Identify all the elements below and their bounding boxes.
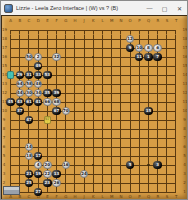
board-cell[interactable]	[15, 35, 24, 44]
board-cell[interactable]: 1	[144, 53, 153, 62]
board-cell[interactable]	[171, 35, 180, 44]
board-cell[interactable]	[70, 44, 79, 53]
board-cell[interactable]	[15, 125, 24, 134]
board-cell[interactable]	[89, 179, 98, 188]
board-cell[interactable]	[125, 98, 134, 107]
mini-panel[interactable]	[3, 186, 20, 195]
board-cell[interactable]	[15, 62, 24, 71]
board-cell[interactable]	[70, 125, 79, 134]
board-cell[interactable]	[52, 143, 61, 152]
board-cell[interactable]	[116, 107, 125, 116]
board-cell[interactable]	[162, 170, 171, 179]
board-cell[interactable]	[125, 26, 134, 35]
board-cell[interactable]	[135, 152, 144, 161]
board-cell[interactable]	[80, 80, 89, 89]
board-cell[interactable]	[162, 107, 171, 116]
board-cell[interactable]	[144, 170, 153, 179]
board-cell[interactable]	[24, 26, 33, 35]
board-cell[interactable]	[171, 116, 180, 125]
board-cell[interactable]	[135, 170, 144, 179]
board-cell[interactable]	[171, 53, 180, 62]
board-cell[interactable]	[89, 134, 98, 143]
board-cell[interactable]: 49	[34, 62, 43, 71]
board-cell[interactable]	[61, 89, 70, 98]
board-cell[interactable]	[6, 161, 15, 170]
board-cell[interactable]	[162, 80, 171, 89]
board-cell[interactable]	[153, 134, 162, 143]
board-cell[interactable]: 53	[43, 71, 52, 80]
board-cell[interactable]	[144, 152, 153, 161]
board-cell[interactable]: 44	[15, 89, 24, 98]
board-cell[interactable]	[144, 35, 153, 44]
board-cell[interactable]: 17	[34, 152, 43, 161]
board-cell[interactable]	[6, 53, 15, 62]
board-cell[interactable]	[153, 35, 162, 44]
board-cell[interactable]	[107, 98, 116, 107]
board-cell[interactable]	[43, 62, 52, 71]
board-cell[interactable]	[15, 143, 24, 152]
board-cell[interactable]	[89, 62, 98, 71]
board-cell[interactable]	[61, 62, 70, 71]
board-cell[interactable]	[171, 71, 180, 80]
board-cell[interactable]	[24, 134, 33, 143]
board-cell[interactable]	[70, 71, 79, 80]
board-cell[interactable]	[34, 107, 43, 116]
board-cell[interactable]	[116, 89, 125, 98]
board-cell[interactable]	[89, 143, 98, 152]
board-cell[interactable]	[6, 62, 15, 71]
board-cell[interactable]: 20	[43, 161, 52, 170]
board-cell[interactable]	[6, 35, 15, 44]
board-cell[interactable]	[89, 170, 98, 179]
board-cell[interactable]	[34, 143, 43, 152]
board-cell[interactable]	[135, 134, 144, 143]
board-cell[interactable]	[144, 26, 153, 35]
board-cell[interactable]	[153, 80, 162, 89]
board-cell[interactable]	[70, 116, 79, 125]
board-cell[interactable]: 13	[52, 170, 61, 179]
board-cell[interactable]	[6, 125, 15, 134]
board-cell[interactable]	[52, 80, 61, 89]
board-cell[interactable]	[24, 161, 33, 170]
board-cell[interactable]	[24, 62, 33, 71]
board-cell[interactable]	[153, 152, 162, 161]
board-cell[interactable]: 14	[24, 143, 33, 152]
board-cell[interactable]	[52, 71, 61, 80]
board-cell[interactable]	[98, 116, 107, 125]
board-cell[interactable]: 6	[153, 44, 162, 53]
board-cell[interactable]	[171, 152, 180, 161]
board-cell[interactable]	[98, 152, 107, 161]
board-cell[interactable]: 45	[6, 98, 15, 107]
board-cell[interactable]	[116, 62, 125, 71]
board-cell[interactable]	[61, 179, 70, 188]
board-cell[interactable]: 33	[34, 71, 43, 80]
board-cell[interactable]	[43, 44, 52, 53]
board-cell[interactable]	[80, 152, 89, 161]
board-cell[interactable]	[144, 179, 153, 188]
board-cell[interactable]: 41	[34, 98, 43, 107]
board-cell[interactable]	[135, 89, 144, 98]
board-cell[interactable]: 61	[24, 98, 33, 107]
board-cell[interactable]	[80, 116, 89, 125]
board-cell[interactable]	[171, 107, 180, 116]
board-cell[interactable]	[107, 80, 116, 89]
board-cell[interactable]	[153, 143, 162, 152]
board-cell[interactable]	[116, 134, 125, 143]
board-cell[interactable]	[125, 62, 134, 71]
board-cell[interactable]	[162, 161, 171, 170]
board-cell[interactable]	[15, 152, 24, 161]
board-cell[interactable]	[80, 179, 89, 188]
board-cell[interactable]	[6, 26, 15, 35]
board-cell[interactable]	[98, 71, 107, 80]
board-cell[interactable]	[6, 80, 15, 89]
board-cell[interactable]	[125, 152, 134, 161]
go-board-panel[interactable]: 1291086502321117492931335364584844303435…	[1, 15, 188, 200]
board-cell[interactable]	[116, 71, 125, 80]
board-cell[interactable]	[116, 26, 125, 35]
board-cell[interactable]	[43, 35, 52, 44]
board-cell[interactable]	[162, 62, 171, 71]
board-cell[interactable]	[171, 98, 180, 107]
board-cell[interactable]	[61, 44, 70, 53]
board-cell[interactable]	[43, 107, 52, 116]
board-cell[interactable]	[61, 71, 70, 80]
board-cell[interactable]	[80, 53, 89, 62]
board-cell[interactable]	[52, 62, 61, 71]
board-cell[interactable]	[61, 170, 70, 179]
board-cell[interactable]	[153, 62, 162, 71]
board-cell[interactable]	[125, 116, 134, 125]
board-cell[interactable]	[80, 35, 89, 44]
board-cell[interactable]	[15, 26, 24, 35]
board-cell[interactable]	[107, 71, 116, 80]
maximize-button[interactable]: ▢	[157, 1, 172, 15]
board-cell[interactable]	[15, 170, 24, 179]
board-cell[interactable]	[6, 107, 15, 116]
board-cell[interactable]	[43, 134, 52, 143]
board-cell[interactable]	[89, 116, 98, 125]
board-cell[interactable]	[61, 134, 70, 143]
board-cell[interactable]	[107, 125, 116, 134]
board-cell[interactable]	[125, 170, 134, 179]
board-cell[interactable]: 16	[61, 161, 70, 170]
board-cell[interactable]	[98, 98, 107, 107]
board-cell[interactable]	[89, 107, 98, 116]
board-cell[interactable]	[98, 62, 107, 71]
board-cell[interactable]	[162, 134, 171, 143]
board-cell[interactable]	[34, 134, 43, 143]
board-cell[interactable]	[135, 62, 144, 71]
board-cell[interactable]: 8	[144, 44, 153, 53]
board-cell[interactable]: 47	[24, 116, 33, 125]
board-cell[interactable]	[6, 71, 15, 80]
board-cell[interactable]	[107, 107, 116, 116]
board-cell[interactable]: 32	[52, 53, 61, 62]
board-cell[interactable]	[107, 53, 116, 62]
board-cell[interactable]	[70, 98, 79, 107]
board-cell[interactable]	[70, 80, 79, 89]
board-cell[interactable]	[98, 170, 107, 179]
board-cell[interactable]	[61, 125, 70, 134]
board-cell[interactable]: 29	[15, 71, 24, 80]
board-cell[interactable]	[153, 71, 162, 80]
board-cell[interactable]	[70, 89, 79, 98]
board-cell[interactable]	[6, 89, 15, 98]
board-cell[interactable]	[6, 134, 15, 143]
board-cell[interactable]	[70, 134, 79, 143]
board-cell[interactable]	[98, 53, 107, 62]
board-cell[interactable]	[144, 143, 153, 152]
board-cell[interactable]	[70, 161, 79, 170]
board-cell[interactable]	[61, 152, 70, 161]
board-cell[interactable]	[98, 125, 107, 134]
board-cell[interactable]: 67	[52, 107, 61, 116]
board-cell[interactable]	[171, 62, 180, 71]
board-cell[interactable]	[98, 35, 107, 44]
suggestion-marker[interactable]: 57	[44, 116, 52, 124]
board-cell[interactable]	[80, 134, 89, 143]
board-cell[interactable]	[98, 44, 107, 53]
board-cell[interactable]	[116, 125, 125, 134]
board-cell[interactable]	[43, 125, 52, 134]
board-cell[interactable]	[171, 89, 180, 98]
board-cell[interactable]	[98, 143, 107, 152]
board-cell[interactable]	[52, 116, 61, 125]
board-cell[interactable]	[116, 116, 125, 125]
board-cell[interactable]	[162, 125, 171, 134]
board-cell[interactable]	[116, 179, 125, 188]
board-cell[interactable]	[24, 35, 33, 44]
board-cell[interactable]	[89, 80, 98, 89]
board-cell[interactable]	[98, 179, 107, 188]
board-cell[interactable]	[15, 116, 24, 125]
board-cell[interactable]	[52, 44, 61, 53]
board-cell[interactable]: 18	[24, 152, 33, 161]
board-cell[interactable]	[80, 89, 89, 98]
go-board-grid[interactable]: 1291086502321117492931335364584844303435…	[6, 26, 181, 197]
suggestion-marker[interactable]	[7, 71, 15, 79]
board-cell[interactable]	[116, 44, 125, 53]
board-cell[interactable]	[70, 179, 79, 188]
board-cell[interactable]	[52, 161, 61, 170]
board-cell[interactable]	[70, 107, 79, 116]
board-cell[interactable]	[107, 35, 116, 44]
board-cell[interactable]	[107, 161, 116, 170]
board-cell[interactable]	[61, 26, 70, 35]
board-cell[interactable]	[171, 44, 180, 53]
board-cell[interactable]: 19	[34, 170, 43, 179]
board-cell[interactable]	[15, 53, 24, 62]
board-cell[interactable]	[144, 98, 153, 107]
board-cell[interactable]	[107, 44, 116, 53]
board-cell[interactable]	[135, 179, 144, 188]
board-cell[interactable]	[116, 161, 125, 170]
board-cell[interactable]: 11	[135, 53, 144, 62]
board-cell[interactable]	[70, 143, 79, 152]
title-bar[interactable]: Lizzie - Leela Zero Interface | (W) vs ?…	[1, 1, 187, 15]
board-cell[interactable]	[162, 53, 171, 62]
board-cell[interactable]	[171, 143, 180, 152]
board-cell[interactable]	[107, 170, 116, 179]
board-cell[interactable]	[162, 152, 171, 161]
board-cell[interactable]: 24	[80, 170, 89, 179]
board-cell[interactable]	[6, 44, 15, 53]
board-cell[interactable]	[116, 143, 125, 152]
board-cell[interactable]	[89, 89, 98, 98]
board-cell[interactable]	[171, 125, 180, 134]
board-cell[interactable]	[70, 26, 79, 35]
board-cell[interactable]	[34, 116, 43, 125]
board-cell[interactable]	[52, 35, 61, 44]
board-cell[interactable]	[70, 53, 79, 62]
board-cell[interactable]	[162, 98, 171, 107]
board-cell[interactable]	[34, 125, 43, 134]
board-cell[interactable]	[171, 80, 180, 89]
board-cell[interactable]	[80, 44, 89, 53]
board-cell[interactable]	[107, 89, 116, 98]
board-cell[interactable]	[15, 44, 24, 53]
board-cell[interactable]: 50	[24, 53, 33, 62]
board-cell[interactable]: 39	[52, 89, 61, 98]
board-cell[interactable]	[34, 26, 43, 35]
board-cell[interactable]	[116, 152, 125, 161]
board-cell[interactable]: 9	[125, 44, 134, 53]
board-cell[interactable]	[98, 26, 107, 35]
board-cell[interactable]	[80, 161, 89, 170]
board-cell[interactable]: 64	[15, 80, 24, 89]
board-cell[interactable]	[80, 143, 89, 152]
board-cell[interactable]	[171, 161, 180, 170]
board-cell[interactable]	[162, 116, 171, 125]
board-cell[interactable]	[89, 26, 98, 35]
board-cell[interactable]	[107, 152, 116, 161]
board-cell[interactable]	[107, 143, 116, 152]
board-cell[interactable]: 37	[15, 107, 24, 116]
board-cell[interactable]	[135, 116, 144, 125]
board-cell[interactable]: 21	[24, 170, 33, 179]
board-cell[interactable]	[43, 53, 52, 62]
board-cell[interactable]	[80, 98, 89, 107]
board-cell[interactable]	[135, 143, 144, 152]
board-cell[interactable]	[135, 161, 144, 170]
board-cell[interactable]	[61, 98, 70, 107]
board-cell[interactable]	[125, 179, 134, 188]
board-cell[interactable]	[135, 71, 144, 80]
board-cell[interactable]	[107, 116, 116, 125]
board-cell[interactable]	[171, 134, 180, 143]
board-cell[interactable]: 25	[24, 179, 33, 188]
board-cell[interactable]	[61, 80, 70, 89]
board-cell[interactable]	[107, 26, 116, 35]
board-cell[interactable]	[89, 35, 98, 44]
board-cell[interactable]	[116, 80, 125, 89]
board-cell[interactable]	[125, 71, 134, 80]
board-cell[interactable]	[52, 26, 61, 35]
board-cell[interactable]	[125, 80, 134, 89]
board-cell[interactable]	[125, 107, 134, 116]
board-cell[interactable]	[52, 134, 61, 143]
board-cell[interactable]	[153, 107, 162, 116]
board-cell[interactable]: 68	[52, 98, 61, 107]
board-cell[interactable]	[162, 35, 171, 44]
board-cell[interactable]	[144, 62, 153, 71]
minimize-button[interactable]: —	[142, 1, 157, 15]
board-cell[interactable]	[116, 170, 125, 179]
board-cell[interactable]	[70, 35, 79, 44]
board-cell[interactable]	[98, 161, 107, 170]
board-cell[interactable]	[80, 71, 89, 80]
board-cell[interactable]	[144, 71, 153, 80]
board-cell[interactable]	[153, 98, 162, 107]
board-cell[interactable]	[144, 116, 153, 125]
board-cell[interactable]	[61, 116, 70, 125]
board-cell[interactable]: 48	[34, 80, 43, 89]
board-cell[interactable]	[107, 179, 116, 188]
board-cell[interactable]	[70, 170, 79, 179]
board-cell[interactable]	[24, 44, 33, 53]
board-cell[interactable]	[98, 107, 107, 116]
board-cell[interactable]: 34	[34, 89, 43, 98]
board-cell[interactable]	[34, 44, 43, 53]
board-cell[interactable]	[144, 80, 153, 89]
board-cell[interactable]	[153, 179, 162, 188]
board-cell[interactable]	[89, 152, 98, 161]
board-cell[interactable]	[125, 89, 134, 98]
board-cell[interactable]	[116, 53, 125, 62]
board-cell[interactable]	[116, 98, 125, 107]
board-cell[interactable]: 2	[34, 53, 43, 62]
board-cell[interactable]	[144, 89, 153, 98]
board-cell[interactable]	[171, 26, 180, 35]
board-cell[interactable]: 12	[125, 35, 134, 44]
board-cell[interactable]	[162, 26, 171, 35]
board-cell[interactable]: 22	[43, 170, 52, 179]
board-cell[interactable]: 70	[61, 107, 70, 116]
board-cell[interactable]	[171, 179, 180, 188]
board-cell[interactable]	[125, 143, 134, 152]
board-cell[interactable]	[153, 116, 162, 125]
board-cell[interactable]	[125, 53, 134, 62]
board-cell[interactable]	[80, 125, 89, 134]
board-cell[interactable]	[61, 53, 70, 62]
board-cell[interactable]	[107, 62, 116, 71]
board-cell[interactable]	[89, 98, 98, 107]
board-cell[interactable]	[15, 161, 24, 170]
board-cell[interactable]	[43, 80, 52, 89]
board-cell[interactable]	[89, 53, 98, 62]
board-cell[interactable]	[144, 134, 153, 143]
board-cell[interactable]	[144, 161, 153, 170]
board-cell[interactable]	[98, 134, 107, 143]
board-cell[interactable]	[6, 152, 15, 161]
board-cell[interactable]: 5	[125, 161, 134, 170]
board-cell[interactable]	[89, 44, 98, 53]
board-cell[interactable]: 4	[34, 161, 43, 170]
board-cell[interactable]	[162, 179, 171, 188]
board-cell[interactable]	[98, 89, 107, 98]
board-cell[interactable]	[125, 134, 134, 143]
board-cell[interactable]: 3	[153, 161, 162, 170]
board-cell[interactable]	[153, 125, 162, 134]
board-cell[interactable]: 7	[153, 53, 162, 62]
board-cell[interactable]: 57	[43, 116, 52, 125]
board-cell[interactable]	[24, 107, 33, 116]
board-cell[interactable]	[15, 134, 24, 143]
board-cell[interactable]	[80, 26, 89, 35]
board-cell[interactable]	[61, 35, 70, 44]
